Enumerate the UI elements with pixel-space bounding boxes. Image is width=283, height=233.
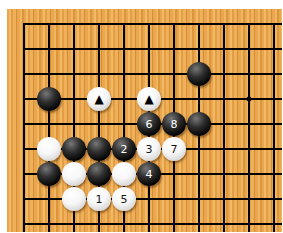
board-intersection[interactable] xyxy=(87,62,112,87)
board-intersection[interactable] xyxy=(212,137,237,162)
move-number-label: 2 xyxy=(121,144,128,155)
board-intersection[interactable]: 3 xyxy=(137,137,162,162)
board-intersection[interactable] xyxy=(12,12,37,37)
board-intersection[interactable] xyxy=(237,162,262,187)
black-stone xyxy=(187,62,211,86)
board-intersection[interactable] xyxy=(62,212,87,233)
board-intersection[interactable] xyxy=(12,137,37,162)
board-intersection[interactable] xyxy=(137,12,162,37)
board-intersection[interactable] xyxy=(62,62,87,87)
board-intersection[interactable] xyxy=(237,62,262,87)
board-intersection[interactable] xyxy=(87,37,112,62)
board-intersection[interactable] xyxy=(112,62,137,87)
board-intersection[interactable] xyxy=(112,87,137,112)
white-stone xyxy=(62,162,86,186)
triangle-mark-icon: ▲ xyxy=(94,93,103,105)
board-intersection[interactable] xyxy=(187,187,212,212)
board-intersection[interactable]: ▲ xyxy=(87,87,112,112)
board-intersection[interactable]: 6 xyxy=(137,112,162,137)
board-intersection[interactable] xyxy=(87,112,112,137)
black-stone xyxy=(37,87,61,111)
board-intersection[interactable] xyxy=(187,62,212,87)
white-stone xyxy=(37,137,61,161)
black-stone: 4 xyxy=(137,162,161,186)
black-stone xyxy=(62,137,86,161)
white-stone xyxy=(62,187,86,211)
board-intersection[interactable] xyxy=(37,12,62,37)
board-intersection[interactable] xyxy=(87,162,112,187)
board-intersection[interactable] xyxy=(37,212,62,233)
board-intersection[interactable] xyxy=(87,12,112,37)
board-intersection[interactable] xyxy=(37,87,62,112)
black-stone xyxy=(87,162,111,186)
board-intersection[interactable] xyxy=(262,187,283,212)
board-intersection[interactable] xyxy=(262,62,283,87)
star-point xyxy=(245,95,252,102)
move-number-label: 3 xyxy=(146,144,153,155)
board-intersection[interactable] xyxy=(187,212,212,233)
board-intersection[interactable] xyxy=(262,137,283,162)
board-intersection[interactable] xyxy=(162,187,187,212)
board-intersection[interactable] xyxy=(137,187,162,212)
white-stone: ▲ xyxy=(87,87,111,111)
board-intersection[interactable]: 1 xyxy=(87,187,112,212)
move-number-label: 5 xyxy=(121,194,128,205)
board-intersection[interactable] xyxy=(212,112,237,137)
board-intersection[interactable] xyxy=(137,212,162,233)
board-intersection[interactable] xyxy=(237,37,262,62)
board-intersection[interactable] xyxy=(37,187,62,212)
board-intersection[interactable] xyxy=(187,37,212,62)
board-intersection[interactable] xyxy=(262,212,283,233)
board-intersection[interactable] xyxy=(37,37,62,62)
board-intersection[interactable] xyxy=(262,87,283,112)
board-intersection[interactable] xyxy=(237,87,262,112)
board-intersection[interactable] xyxy=(262,37,283,62)
move-number-label: 6 xyxy=(146,119,153,130)
board-intersection[interactable] xyxy=(212,187,237,212)
move-number-label: 8 xyxy=(171,119,178,130)
diagram-frame: ▲▲68237415 xyxy=(0,0,282,232)
go-board: ▲▲68237415 xyxy=(7,9,282,232)
move-number-label: 4 xyxy=(146,169,153,180)
black-stone: 2 xyxy=(112,137,136,161)
board-intersection[interactable] xyxy=(237,212,262,233)
move-number-label: 7 xyxy=(171,144,178,155)
board-intersection[interactable] xyxy=(187,12,212,37)
board-intersection[interactable] xyxy=(187,137,212,162)
board-intersection[interactable] xyxy=(87,137,112,162)
board-intersection[interactable] xyxy=(162,87,187,112)
board-intersection[interactable]: ▲ xyxy=(137,87,162,112)
black-stone xyxy=(87,137,111,161)
board-intersection[interactable]: 7 xyxy=(162,137,187,162)
white-stone xyxy=(112,162,136,186)
board-intersection[interactable] xyxy=(212,162,237,187)
board-intersection[interactable] xyxy=(162,12,187,37)
board-intersection[interactable] xyxy=(137,62,162,87)
board-intersection[interactable] xyxy=(112,12,137,37)
board-intersection[interactable] xyxy=(187,87,212,112)
white-stone: 7 xyxy=(162,137,186,161)
board-intersection[interactable] xyxy=(162,62,187,87)
board-intersection[interactable] xyxy=(62,37,87,62)
board-intersection[interactable]: 8 xyxy=(162,112,187,137)
white-stone: 1 xyxy=(87,187,111,211)
board-intersection[interactable] xyxy=(262,162,283,187)
board-intersection[interactable] xyxy=(212,37,237,62)
board-intersection[interactable] xyxy=(87,212,112,233)
board-grid: ▲▲68237415 xyxy=(12,12,283,233)
board-intersection[interactable] xyxy=(37,112,62,137)
board-intersection[interactable] xyxy=(12,112,37,137)
board-intersection[interactable] xyxy=(237,12,262,37)
board-intersection[interactable] xyxy=(12,87,37,112)
board-intersection[interactable] xyxy=(212,87,237,112)
board-intersection[interactable] xyxy=(37,162,62,187)
board-intersection[interactable] xyxy=(12,187,37,212)
board-intersection[interactable] xyxy=(62,112,87,137)
board-intersection[interactable] xyxy=(162,37,187,62)
white-stone: 5 xyxy=(112,187,136,211)
board-intersection[interactable] xyxy=(262,112,283,137)
board-intersection[interactable] xyxy=(12,62,37,87)
black-stone xyxy=(37,162,61,186)
board-intersection[interactable] xyxy=(12,162,37,187)
board-intersection[interactable] xyxy=(162,162,187,187)
board-intersection[interactable] xyxy=(37,137,62,162)
board-intersection[interactable]: 2 xyxy=(112,137,137,162)
board-intersection[interactable] xyxy=(62,12,87,37)
board-intersection[interactable]: 5 xyxy=(112,187,137,212)
triangle-mark-icon: ▲ xyxy=(144,93,153,105)
board-intersection[interactable] xyxy=(12,212,37,233)
board-intersection[interactable] xyxy=(12,37,37,62)
board-intersection[interactable] xyxy=(212,212,237,233)
board-intersection[interactable] xyxy=(212,62,237,87)
black-stone: 6 xyxy=(137,112,161,136)
board-intersection[interactable] xyxy=(212,12,237,37)
board-intersection[interactable] xyxy=(162,212,187,233)
board-intersection[interactable] xyxy=(262,12,283,37)
board-intersection[interactable] xyxy=(112,37,137,62)
board-intersection[interactable] xyxy=(112,162,137,187)
board-intersection[interactable] xyxy=(237,112,262,137)
board-intersection[interactable] xyxy=(237,187,262,212)
white-stone: 3 xyxy=(137,137,161,161)
board-intersection[interactable] xyxy=(62,162,87,187)
board-intersection[interactable] xyxy=(62,187,87,212)
board-intersection[interactable] xyxy=(62,87,87,112)
board-intersection[interactable] xyxy=(237,137,262,162)
board-intersection[interactable] xyxy=(62,137,87,162)
white-stone: ▲ xyxy=(137,87,161,111)
board-intersection[interactable] xyxy=(112,212,137,233)
board-intersection[interactable] xyxy=(112,112,137,137)
board-intersection[interactable] xyxy=(187,162,212,187)
black-stone: 8 xyxy=(162,112,186,136)
board-intersection[interactable] xyxy=(37,62,62,87)
board-intersection[interactable] xyxy=(187,112,212,137)
black-stone xyxy=(187,112,211,136)
board-intersection[interactable]: 4 xyxy=(137,162,162,187)
move-number-label: 1 xyxy=(96,194,103,205)
board-intersection[interactable] xyxy=(137,37,162,62)
